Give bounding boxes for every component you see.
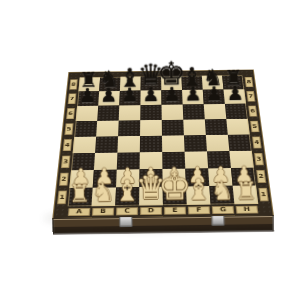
- square-e7: ♟: [161, 90, 182, 105]
- square-f3: [185, 151, 209, 168]
- file-label-a: A: [68, 208, 90, 216]
- frame-cell: [69, 72, 81, 77]
- square-c6: [119, 105, 141, 120]
- frame-cell: [53, 207, 67, 218]
- rank-label-8-left: 8: [69, 79, 78, 89]
- file-label-h: H: [236, 206, 259, 214]
- hinge-icon: [119, 216, 132, 227]
- square-a6: [76, 106, 99, 121]
- hinge-icon: [211, 215, 224, 226]
- square-e4: [162, 135, 185, 152]
- square-g2: ♟: [208, 168, 233, 186]
- rank-label-3-right: 3: [254, 153, 264, 165]
- rank-label-6-left: 6: [66, 108, 75, 119]
- square-a5: [74, 121, 97, 137]
- rank-label-5-right: 5: [250, 121, 259, 133]
- rank-label-2-left: 2: [59, 173, 69, 186]
- square-d2: ♟: [139, 169, 162, 187]
- rank-label-7-left: 7: [68, 93, 77, 104]
- square-g7: ♟: [203, 89, 225, 104]
- square-g4: [206, 135, 229, 152]
- rank-label-7-right: 7: [246, 91, 255, 102]
- square-f4: [184, 135, 207, 152]
- square-g1: ♞: [209, 186, 234, 205]
- square-b6: [97, 105, 119, 120]
- square-e3: [162, 152, 185, 169]
- square-c1: ♝: [115, 187, 139, 206]
- square-h2: ♟: [231, 168, 256, 186]
- square-h6: [225, 104, 248, 119]
- square-e6: [162, 105, 184, 120]
- square-c3: [117, 152, 140, 169]
- square-f5: [183, 119, 206, 135]
- square-b3: [94, 153, 118, 170]
- square-h8: ♜: [222, 75, 244, 89]
- square-h7: ♟: [224, 89, 246, 104]
- chess-board: 8♜♞♝♛♚♝♞♜87♟♟♟♟♟♟♟♟7665544332♟♟♟♟♟♟♟♟21♜…: [52, 69, 274, 219]
- square-f2: ♟: [185, 168, 209, 186]
- piece-white-pawn-c2: ♟: [118, 165, 137, 186]
- frame-cell: [242, 70, 254, 75]
- square-e2: ♟: [162, 169, 186, 187]
- square-d6: [140, 105, 162, 120]
- square-c4: [117, 136, 140, 153]
- square-b1: ♞: [91, 187, 116, 206]
- piece-black-bishop-c8: ♝: [119, 65, 142, 91]
- file-label-d: D: [140, 207, 162, 215]
- square-f8: ♝: [181, 76, 202, 90]
- file-label-b: B: [92, 208, 114, 216]
- file-label-e: E: [164, 207, 186, 215]
- square-g5: [205, 119, 228, 135]
- square-e1: ♚: [163, 186, 187, 205]
- square-d8: ♛: [141, 76, 162, 90]
- square-a1: ♜: [68, 188, 93, 207]
- file-label-g: G: [212, 206, 234, 214]
- frame-cell: [258, 204, 273, 215]
- square-b5: [96, 121, 119, 137]
- square-d5: [140, 120, 162, 136]
- square-a3: [71, 153, 95, 170]
- file-label-f: F: [188, 206, 210, 214]
- square-e5: [162, 120, 184, 136]
- square-b4: [95, 136, 118, 153]
- square-b2: ♟: [93, 170, 117, 188]
- square-e8: ♚: [161, 76, 182, 90]
- square-g3: [207, 151, 231, 168]
- square-h3: [229, 151, 253, 168]
- square-f7: ♟: [182, 90, 204, 105]
- square-g6: [204, 104, 227, 119]
- square-f1: ♝: [186, 186, 211, 205]
- piece-black-bishop-f8: ♝: [181, 64, 204, 90]
- rank-label-2-right: 2: [256, 170, 266, 183]
- rank-label-6-right: 6: [248, 106, 257, 117]
- rank-label-1-right: 1: [258, 188, 268, 202]
- square-d1: ♛: [139, 187, 163, 206]
- square-h4: [228, 134, 252, 151]
- rank-label-8-right: 8: [245, 77, 254, 87]
- square-h1: ♜: [233, 185, 259, 204]
- square-a2: ♟: [69, 170, 94, 188]
- rank-label-4-left: 4: [63, 139, 72, 151]
- rank-label-5-left: 5: [64, 123, 73, 135]
- square-d4: [140, 136, 162, 153]
- board-grid: 8♜♞♝♛♚♝♞♜87♟♟♟♟♟♟♟♟7665544332♟♟♟♟♟♟♟♟21♜…: [53, 70, 272, 218]
- square-a4: [73, 137, 96, 154]
- square-b7: ♟: [98, 91, 120, 106]
- file-label-c: C: [116, 207, 138, 215]
- square-a8: ♜: [78, 77, 100, 91]
- rank-label-1-left: 1: [57, 191, 67, 205]
- rank-label-3-left: 3: [61, 156, 70, 169]
- board-perspective-wrapper: 8♜♞♝♛♚♝♞♜87♟♟♟♟♟♟♟♟7665544332♟♟♟♟♟♟♟♟21♜…: [52, 69, 274, 219]
- square-c5: [118, 120, 140, 136]
- piece-white-pawn-f2: ♟: [188, 164, 207, 185]
- board-front-edge: [52, 215, 274, 235]
- square-c2: ♟: [116, 169, 140, 187]
- square-c8: ♝: [120, 77, 141, 91]
- square-d3: [140, 152, 163, 169]
- square-f6: [183, 104, 205, 119]
- square-c7: ♟: [119, 91, 140, 106]
- product-photo-scene: 8♜♞♝♛♚♝♞♜87♟♟♟♟♟♟♟♟7665544332♟♟♟♟♟♟♟♟21♜…: [0, 0, 285, 285]
- square-b8: ♞: [99, 77, 120, 91]
- square-a7: ♟: [77, 91, 99, 106]
- square-g8: ♞: [202, 75, 224, 89]
- square-h5: [226, 119, 249, 135]
- square-d7: ♟: [140, 90, 161, 105]
- rank-label-4-right: 4: [252, 136, 262, 148]
